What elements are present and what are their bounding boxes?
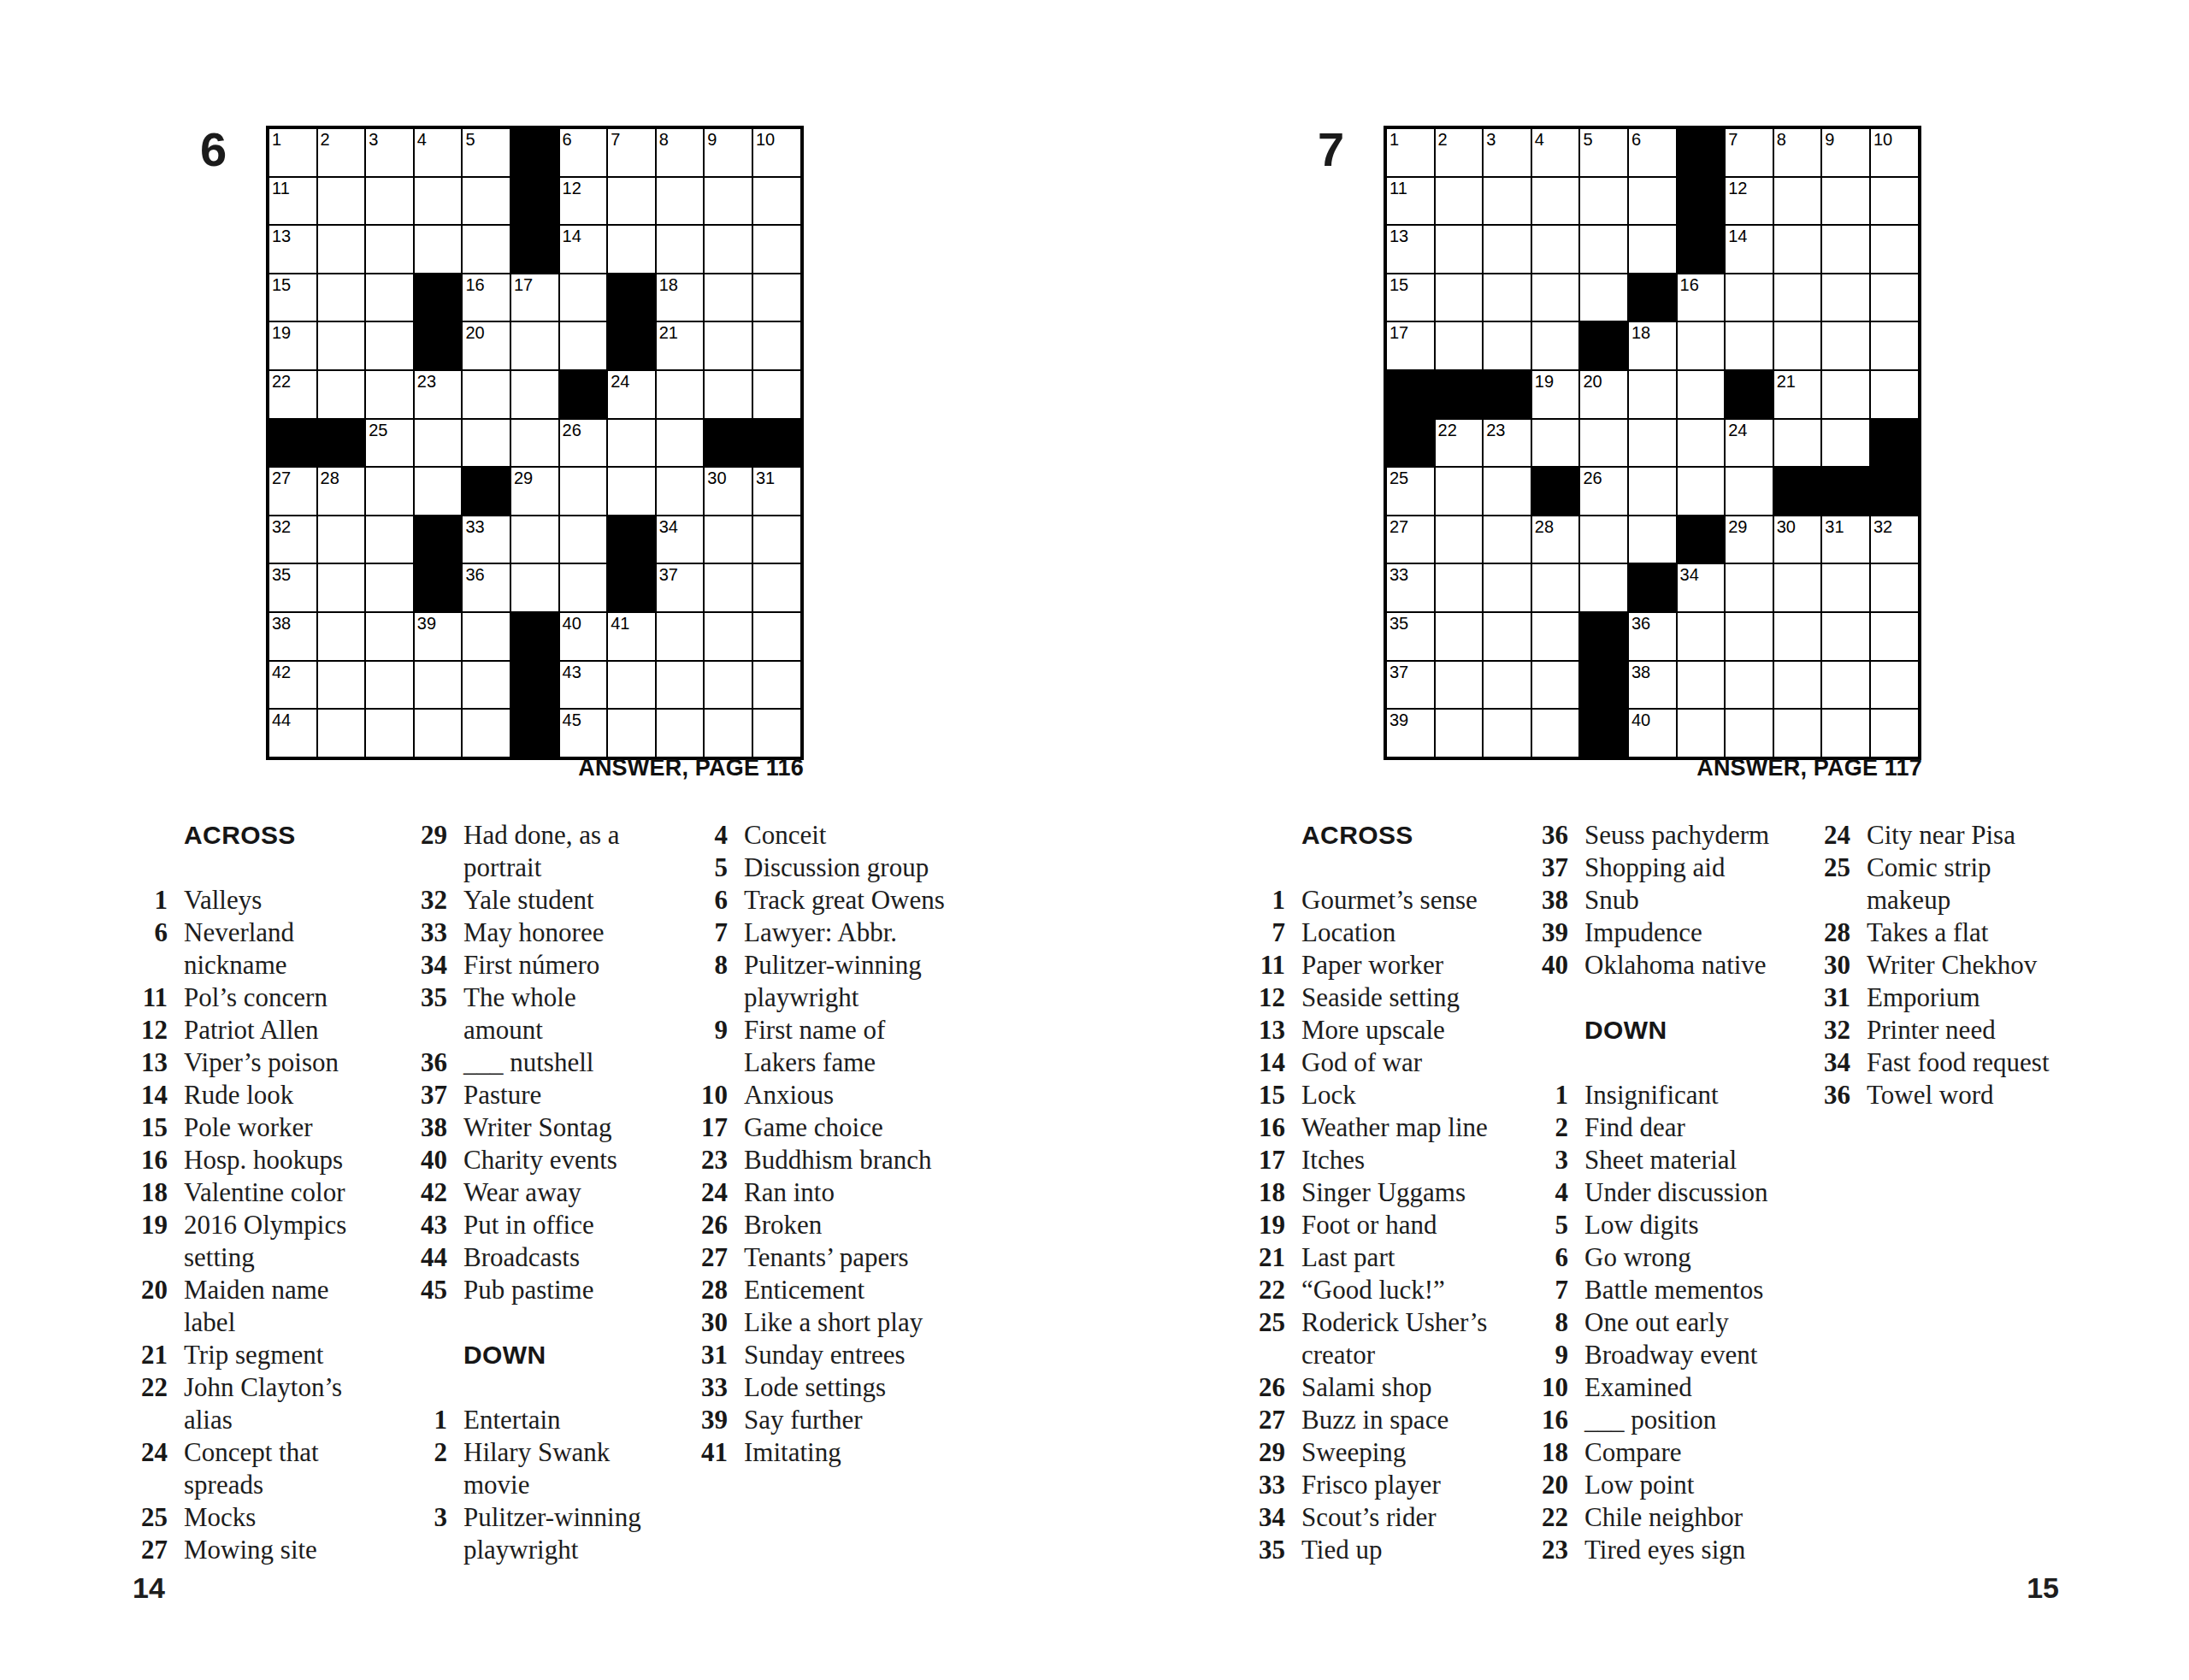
cell-r8c11[interactable]: 31	[752, 467, 801, 516]
cell-r6c9[interactable]: 21	[1773, 370, 1822, 419]
cell-r12c8[interactable]	[1725, 661, 1773, 710]
cell-r13c2[interactable]	[317, 709, 366, 757]
cell-r9c9[interactable]: 34	[656, 516, 705, 564]
cell-r2c9[interactable]	[656, 177, 705, 226]
cell-r4c4[interactable]	[1531, 274, 1580, 322]
cell-number-30: 30	[1777, 517, 1796, 536]
cell-r12c11[interactable]	[1870, 661, 1919, 710]
cell-r9c2[interactable]	[317, 516, 366, 564]
cell-number-21: 21	[1777, 372, 1796, 391]
cell-r10c5[interactable]: 36	[462, 563, 510, 612]
cell-r1c8[interactable]: 7	[1725, 128, 1773, 177]
cell-r3c10[interactable]	[1821, 225, 1870, 274]
cell-r3c5[interactable]	[1579, 225, 1628, 274]
cell-r11c3[interactable]	[1483, 612, 1531, 661]
clue-5: 5Low digits	[1525, 1209, 1820, 1241]
cell-r11c4[interactable]: 39	[414, 612, 463, 661]
cell-r1c5[interactable]: 5	[1579, 128, 1628, 177]
cell-r4c10[interactable]	[704, 274, 752, 322]
cell-number-39: 39	[417, 614, 436, 633]
cell-r4c11[interactable]	[1870, 274, 1919, 322]
cell-r10c7[interactable]: 34	[1677, 563, 1726, 612]
cell-r7c8[interactable]	[607, 419, 656, 468]
cell-r1c4[interactable]: 4	[414, 128, 463, 177]
cell-number-29: 29	[1728, 517, 1747, 536]
cell-r13c5[interactable]	[462, 709, 510, 757]
cell-r10c3[interactable]	[365, 563, 414, 612]
cell-r2c11[interactable]	[1870, 177, 1919, 226]
cell-r10c11[interactable]	[1870, 563, 1919, 612]
cell-r5c7[interactable]	[1677, 321, 1726, 370]
cell-r2c4[interactable]	[1531, 177, 1580, 226]
cell-r9c2[interactable]	[1435, 516, 1484, 564]
cell-r3c10[interactable]	[704, 225, 752, 274]
cell-r5c11[interactable]	[1870, 321, 1919, 370]
clue-number: 23	[685, 1144, 728, 1176]
cell-r1c3[interactable]: 3	[1483, 128, 1531, 177]
cell-r6c1[interactable]: 22	[268, 370, 317, 419]
cell-r12c4[interactable]	[414, 661, 463, 710]
cell-number-25: 25	[1390, 469, 1408, 487]
cell-r5c3[interactable]	[1483, 321, 1531, 370]
cell-r12c3[interactable]	[365, 661, 414, 710]
cell-r6c8[interactable]: 24	[607, 370, 656, 419]
cell-r5c6[interactable]: 18	[1628, 321, 1677, 370]
cell-r9c7[interactable]	[559, 516, 608, 564]
cell-r4c1[interactable]: 15	[1386, 274, 1435, 322]
cell-r6c10[interactable]	[704, 370, 752, 419]
cell-r1c1[interactable]: 1	[268, 128, 317, 177]
cell-r2c1[interactable]: 11	[1386, 177, 1435, 226]
cell-r10c9[interactable]: 37	[656, 563, 705, 612]
cell-r7c6[interactable]	[510, 419, 559, 468]
cell-r6c6[interactable]	[510, 370, 559, 419]
clue-text: One out early	[1584, 1306, 1817, 1339]
cell-r2c10[interactable]	[704, 177, 752, 226]
cell-r5c4-black	[414, 321, 463, 370]
cell-r13c8[interactable]	[607, 709, 656, 757]
cell-r6c4[interactable]: 23	[414, 370, 463, 419]
cell-r12c1[interactable]: 37	[1386, 661, 1435, 710]
cell-r11c8[interactable]	[1725, 612, 1773, 661]
clue-14: 14God of war	[1242, 1046, 1537, 1079]
cell-r4c7[interactable]: 16	[1677, 274, 1726, 322]
cell-r12c3[interactable]	[1483, 661, 1531, 710]
cell-r5c8[interactable]	[1725, 321, 1773, 370]
down-header: DOWN	[1584, 1014, 1820, 1046]
cell-r8c8[interactable]	[1725, 467, 1773, 516]
cell-r2c8[interactable]	[607, 177, 656, 226]
cell-r5c9[interactable]	[1773, 321, 1822, 370]
cell-r3c1[interactable]: 13	[1386, 225, 1435, 274]
cell-r12c11[interactable]	[752, 661, 801, 710]
cell-r6c1-black	[1386, 370, 1435, 419]
clue-34: 34Fast food request	[1808, 1046, 2103, 1079]
cell-r13c11[interactable]	[1870, 709, 1919, 757]
cell-r2c2[interactable]	[1435, 177, 1484, 226]
clue-number: 17	[1242, 1144, 1285, 1176]
cell-r2c8[interactable]: 12	[1725, 177, 1773, 226]
cell-r13c9[interactable]	[656, 709, 705, 757]
cell-r7c7[interactable]: 26	[559, 419, 608, 468]
cell-r12c6[interactable]: 38	[1628, 661, 1677, 710]
cell-r13c2[interactable]	[1435, 709, 1484, 757]
cell-r6c9[interactable]	[656, 370, 705, 419]
cell-r11c4[interactable]	[1531, 612, 1580, 661]
cell-r2c6[interactable]	[1628, 177, 1677, 226]
cell-r1c4[interactable]: 4	[1531, 128, 1580, 177]
cell-r1c9[interactable]: 8	[656, 128, 705, 177]
cell-r2c3[interactable]	[365, 177, 414, 226]
clue-number: 21	[1242, 1241, 1285, 1274]
cell-r1c8[interactable]: 7	[607, 128, 656, 177]
cell-r5c4[interactable]	[1531, 321, 1580, 370]
clue-number: 26	[685, 1209, 728, 1241]
cell-r8c1[interactable]: 27	[268, 467, 317, 516]
cell-r12c5[interactable]	[462, 661, 510, 710]
clue-number: 1	[1525, 1079, 1568, 1111]
cell-r3c2[interactable]	[317, 225, 366, 274]
cell-r4c9[interactable]	[1773, 274, 1822, 322]
clue-34: 34Scout’s rider	[1242, 1501, 1537, 1534]
cell-r3c2[interactable]	[1435, 225, 1484, 274]
clue-42: 42Wear away	[404, 1176, 699, 1209]
cell-r8c2[interactable]: 28	[317, 467, 366, 516]
cell-r13c10[interactable]	[704, 709, 752, 757]
cell-r1c3[interactable]: 3	[365, 128, 414, 177]
cell-r2c7[interactable]: 12	[559, 177, 608, 226]
clue-number: 28	[685, 1274, 728, 1306]
cell-r8c7[interactable]	[1677, 467, 1726, 516]
cell-r11c2[interactable]	[1435, 612, 1484, 661]
cell-r12c10[interactable]	[1821, 661, 1870, 710]
cell-r3c1[interactable]: 13	[268, 225, 317, 274]
cell-number-24: 24	[611, 372, 629, 391]
cell-r10c10[interactable]	[1821, 563, 1870, 612]
cell-r5c11[interactable]	[752, 321, 801, 370]
cell-r10c7[interactable]	[559, 563, 608, 612]
cell-r5c3[interactable]	[365, 321, 414, 370]
clue-text: Mowing site	[184, 1534, 416, 1566]
clue-number: 25	[1242, 1306, 1285, 1339]
cell-r3c3[interactable]	[1483, 225, 1531, 274]
cell-r7c8[interactable]: 24	[1725, 419, 1773, 468]
cell-r7c10[interactable]	[1821, 419, 1870, 468]
cell-r8c6[interactable]: 29	[510, 467, 559, 516]
cell-r9c6[interactable]	[510, 516, 559, 564]
cell-r9c9[interactable]: 30	[1773, 516, 1822, 564]
cell-r13c10[interactable]	[1821, 709, 1870, 757]
cell-r9c4[interactable]: 28	[1531, 516, 1580, 564]
cell-r6c5[interactable]: 20	[1579, 370, 1628, 419]
cell-r11c8[interactable]: 41	[607, 612, 656, 661]
cell-r12c8[interactable]	[607, 661, 656, 710]
clue-number: 6	[125, 917, 168, 949]
cell-r1c11[interactable]: 10	[752, 128, 801, 177]
cell-r3c8[interactable]	[607, 225, 656, 274]
cell-r6c3[interactable]	[365, 370, 414, 419]
cell-r5c8-black	[607, 321, 656, 370]
cell-r5c10[interactable]	[704, 321, 752, 370]
cell-r8c7[interactable]	[559, 467, 608, 516]
cell-r10c11[interactable]	[752, 563, 801, 612]
cell-r4c5[interactable]	[1579, 274, 1628, 322]
cell-r7c3[interactable]: 25	[365, 419, 414, 468]
cell-r4c8[interactable]	[1725, 274, 1773, 322]
cell-r2c3[interactable]	[1483, 177, 1531, 226]
cell-r9c11[interactable]: 32	[1870, 516, 1919, 564]
cell-r8c3[interactable]	[365, 467, 414, 516]
clue-5: 5Discussion group	[685, 852, 980, 884]
cell-r11c9[interactable]	[656, 612, 705, 661]
cell-r7c4[interactable]	[414, 419, 463, 468]
cell-r7c4[interactable]	[1531, 419, 1580, 468]
cell-r6c7[interactable]	[1677, 370, 1726, 419]
cell-r13c4[interactable]	[414, 709, 463, 757]
cell-r9c10[interactable]	[704, 516, 752, 564]
cell-r9c10[interactable]: 31	[1821, 516, 1870, 564]
cell-r8c1[interactable]: 25	[1386, 467, 1435, 516]
cell-r7c5[interactable]	[462, 419, 510, 468]
cell-r9c6[interactable]	[1628, 516, 1677, 564]
cell-r3c9[interactable]	[1773, 225, 1822, 274]
cell-r11c11[interactable]	[752, 612, 801, 661]
cell-r13c3[interactable]	[365, 709, 414, 757]
clue-number: 9	[1525, 1339, 1568, 1371]
cell-r12c9[interactable]	[656, 661, 705, 710]
cell-r10c2[interactable]	[317, 563, 366, 612]
clue-text: Sheet material	[1584, 1144, 1817, 1176]
cell-r7c6[interactable]	[1628, 419, 1677, 468]
cell-r5c6[interactable]	[510, 321, 559, 370]
cell-r13c1[interactable]: 44	[268, 709, 317, 757]
cell-r11c11[interactable]	[1870, 612, 1919, 661]
cell-r5c2[interactable]	[1435, 321, 1484, 370]
cell-r11c1[interactable]: 38	[268, 612, 317, 661]
cell-r5c1[interactable]: 17	[1386, 321, 1435, 370]
cell-r4c10[interactable]	[1821, 274, 1870, 322]
cell-r6c11[interactable]	[752, 370, 801, 419]
clue-number: 28	[1808, 917, 1850, 949]
cell-r2c9[interactable]	[1773, 177, 1822, 226]
cell-r6c6[interactable]	[1628, 370, 1677, 419]
cell-r10c9[interactable]	[1773, 563, 1822, 612]
cell-r10c1[interactable]: 33	[1386, 563, 1435, 612]
cell-number-18: 18	[1631, 323, 1650, 342]
cell-r11c10[interactable]	[704, 612, 752, 661]
cell-r12c2[interactable]	[317, 661, 366, 710]
cell-r9c5[interactable]: 33	[462, 516, 510, 564]
cell-r12c2[interactable]	[1435, 661, 1484, 710]
cell-r1c2[interactable]: 2	[1435, 128, 1484, 177]
cell-r6c4[interactable]: 19	[1531, 370, 1580, 419]
cell-r12c7[interactable]	[1677, 661, 1726, 710]
cell-r13c3[interactable]	[1483, 709, 1531, 757]
cell-r4c1[interactable]: 15	[268, 274, 317, 322]
cell-r1c10[interactable]: 9	[1821, 128, 1870, 177]
cell-r11c9[interactable]	[1773, 612, 1822, 661]
cell-r5c9[interactable]: 21	[656, 321, 705, 370]
cell-r3c7[interactable]: 14	[559, 225, 608, 274]
cell-r4c3[interactable]	[365, 274, 414, 322]
cell-r12c10[interactable]	[704, 661, 752, 710]
cell-r4c11[interactable]	[752, 274, 801, 322]
clue-number: 29	[1242, 1436, 1285, 1469]
cell-r13c7[interactable]	[1677, 709, 1726, 757]
cell-r5c2[interactable]	[317, 321, 366, 370]
cell-r3c6-black	[510, 225, 559, 274]
cell-r3c4[interactable]	[414, 225, 463, 274]
cell-r7c3[interactable]: 23	[1483, 419, 1531, 468]
cell-r7c5[interactable]	[1579, 419, 1628, 468]
cell-r10c10[interactable]	[704, 563, 752, 612]
cell-r9c5[interactable]	[1579, 516, 1628, 564]
cell-r6c2[interactable]	[317, 370, 366, 419]
cell-r4c2[interactable]	[317, 274, 366, 322]
cell-r12c9[interactable]	[1773, 661, 1822, 710]
cell-r5c7[interactable]	[559, 321, 608, 370]
cell-r11c3[interactable]	[365, 612, 414, 661]
cell-r11c2[interactable]	[317, 612, 366, 661]
cell-r10c3[interactable]	[1483, 563, 1531, 612]
cell-r13c4[interactable]	[1531, 709, 1580, 757]
clue-column-7-1: ACROSS1Gourmet’s sense7Location11Paper w…	[1242, 819, 1537, 1566]
cell-r11c5[interactable]	[462, 612, 510, 661]
cell-r6c5[interactable]	[462, 370, 510, 419]
cell-r11c1[interactable]: 35	[1386, 612, 1435, 661]
cell-r1c6[interactable]: 6	[1628, 128, 1677, 177]
cell-r9c3[interactable]	[365, 516, 414, 564]
cell-r11c7[interactable]: 40	[559, 612, 608, 661]
cell-r7c9[interactable]	[1773, 419, 1822, 468]
cell-r8c8[interactable]	[607, 467, 656, 516]
puzzle-number-7: 7	[1318, 126, 1344, 174]
cell-r2c1[interactable]: 11	[268, 177, 317, 226]
cell-r2c11[interactable]	[752, 177, 801, 226]
cell-r3c11[interactable]	[752, 225, 801, 274]
cell-r4c3[interactable]	[1483, 274, 1531, 322]
cell-r2c5[interactable]	[1579, 177, 1628, 226]
cell-r11c6[interactable]: 36	[1628, 612, 1677, 661]
cell-r9c8-black	[607, 516, 656, 564]
cell-r8c9[interactable]	[656, 467, 705, 516]
clue-number: 27	[125, 1534, 168, 1566]
clue-number: 13	[1242, 1014, 1285, 1046]
cell-r7c2[interactable]: 22	[1435, 419, 1484, 468]
cell-r7c9[interactable]	[656, 419, 705, 468]
cell-r2c5[interactable]	[462, 177, 510, 226]
cell-r13c8[interactable]	[1725, 709, 1773, 757]
cell-r10c2[interactable]	[1435, 563, 1484, 612]
cell-r8c3[interactable]	[1483, 467, 1531, 516]
cell-r9c3[interactable]	[1483, 516, 1531, 564]
cell-r9c8[interactable]: 29	[1725, 516, 1773, 564]
cell-r10c5[interactable]	[1579, 563, 1628, 612]
clue-18: 18Singer Uggams	[1242, 1176, 1537, 1209]
cell-r11c10[interactable]	[1821, 612, 1870, 661]
cell-r1c9[interactable]: 8	[1773, 128, 1822, 177]
clue-7: 7Location	[1242, 917, 1537, 949]
cell-r3c4[interactable]	[1531, 225, 1580, 274]
cell-r2c2[interactable]	[317, 177, 366, 226]
cell-r6c11[interactable]	[1870, 370, 1919, 419]
cell-r5c5[interactable]: 20	[462, 321, 510, 370]
puzzle-number-6: 6	[200, 126, 227, 174]
cell-r3c9[interactable]	[656, 225, 705, 274]
cell-r10c8[interactable]	[1725, 563, 1773, 612]
cell-r3c3[interactable]	[365, 225, 414, 274]
cell-r10c4[interactable]	[1531, 563, 1580, 612]
clue-29: 29Had done, as a portrait	[404, 819, 699, 884]
clue-36: 36___ nutshell	[404, 1046, 699, 1079]
cell-r9c1[interactable]: 32	[268, 516, 317, 564]
cell-r1c2[interactable]: 2	[317, 128, 366, 177]
cell-r12c7[interactable]: 43	[559, 661, 608, 710]
cell-r1c11[interactable]: 10	[1870, 128, 1919, 177]
clue-number: 20	[125, 1274, 168, 1306]
cell-r8c10[interactable]: 30	[704, 467, 752, 516]
cell-r7c7[interactable]	[1677, 419, 1726, 468]
clue-11: 11Paper worker	[1242, 949, 1537, 981]
cell-r13c6[interactable]: 40	[1628, 709, 1677, 757]
cell-r13c11[interactable]	[752, 709, 801, 757]
cell-r3c6[interactable]	[1628, 225, 1677, 274]
cell-r3c8[interactable]: 14	[1725, 225, 1773, 274]
clue-text: Hilary Swank movie	[463, 1436, 696, 1501]
cell-r6c10[interactable]	[1821, 370, 1870, 419]
cell-r5c5-black	[1579, 321, 1628, 370]
cell-r12c6-black	[510, 661, 559, 710]
cell-r1c7[interactable]: 6	[559, 128, 608, 177]
cell-r10c1[interactable]: 35	[268, 563, 317, 612]
cell-r2c4[interactable]	[414, 177, 463, 226]
cell-r13c7[interactable]: 45	[559, 709, 608, 757]
cell-r1c10[interactable]: 9	[704, 128, 752, 177]
cell-r11c7[interactable]	[1677, 612, 1726, 661]
cell-r13c1[interactable]: 39	[1386, 709, 1435, 757]
cell-r12c4[interactable]	[1531, 661, 1580, 710]
cell-r5c10[interactable]	[1821, 321, 1870, 370]
cell-r9c11[interactable]	[752, 516, 801, 564]
cell-r5c1[interactable]: 19	[268, 321, 317, 370]
cell-r12c1[interactable]: 42	[268, 661, 317, 710]
cell-r10c6[interactable]	[510, 563, 559, 612]
cell-r8c4[interactable]	[414, 467, 463, 516]
cell-r13c9[interactable]	[1773, 709, 1822, 757]
cell-r4c2[interactable]	[1435, 274, 1484, 322]
cell-r9c1[interactable]: 27	[1386, 516, 1435, 564]
cell-number-10: 10	[756, 130, 775, 149]
cell-r8c5[interactable]: 26	[1579, 467, 1628, 516]
cell-r4c7[interactable]	[559, 274, 608, 322]
cell-r8c6[interactable]	[1628, 467, 1677, 516]
cell-r3c11[interactable]	[1870, 225, 1919, 274]
clue-number: 4	[685, 819, 728, 852]
cell-number-26: 26	[1583, 469, 1602, 487]
clue-text: Pol’s concern	[184, 981, 416, 1014]
cell-r1c1[interactable]: 1	[1386, 128, 1435, 177]
clue-text: Ran into	[744, 1176, 976, 1209]
cell-r1c5[interactable]: 5	[462, 128, 510, 177]
cell-r2c10[interactable]	[1821, 177, 1870, 226]
cell-r3c5[interactable]	[462, 225, 510, 274]
cell-number-41: 41	[611, 614, 629, 633]
cell-r4c9[interactable]: 18	[656, 274, 705, 322]
cell-r4c6[interactable]: 17	[510, 274, 559, 322]
cell-number-33: 33	[1390, 565, 1408, 584]
cell-r4c5[interactable]: 16	[462, 274, 510, 322]
cell-r8c2[interactable]	[1435, 467, 1484, 516]
